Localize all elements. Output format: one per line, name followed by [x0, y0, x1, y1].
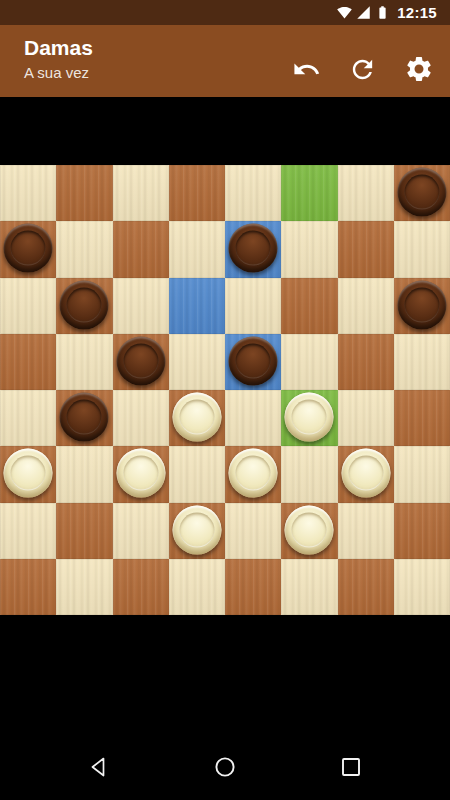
board-square[interactable] — [338, 559, 394, 615]
board-square — [113, 278, 169, 334]
light-piece[interactable] — [172, 393, 221, 442]
dark-piece[interactable] — [397, 168, 446, 217]
board-square — [281, 559, 337, 615]
dark-piece[interactable] — [229, 336, 278, 385]
board-square[interactable] — [56, 278, 112, 334]
home-button[interactable] — [213, 755, 237, 779]
board-square[interactable] — [338, 334, 394, 390]
board-square — [281, 221, 337, 277]
board-square — [338, 390, 394, 446]
board-square — [0, 503, 56, 559]
board-square[interactable] — [394, 165, 450, 221]
board-square — [56, 221, 112, 277]
board-square[interactable] — [113, 334, 169, 390]
board-square[interactable] — [225, 559, 281, 615]
board-square — [0, 278, 56, 334]
undo-icon — [292, 55, 321, 84]
board-square — [56, 559, 112, 615]
board-square[interactable] — [394, 390, 450, 446]
board-square — [225, 503, 281, 559]
board-square — [169, 221, 225, 277]
board-square[interactable] — [394, 278, 450, 334]
board-square — [225, 278, 281, 334]
board-square — [0, 165, 56, 221]
board-square[interactable] — [225, 446, 281, 502]
board-square[interactable] — [113, 446, 169, 502]
light-piece[interactable] — [172, 505, 221, 554]
status-clock: 12:15 — [397, 4, 437, 21]
restart-button[interactable] — [348, 55, 377, 84]
board-square — [0, 390, 56, 446]
battery-icon — [375, 5, 390, 20]
board-square[interactable] — [169, 390, 225, 446]
board-square — [338, 278, 394, 334]
board-square — [394, 221, 450, 277]
page-title: Damas — [24, 34, 292, 62]
board-square[interactable] — [281, 165, 337, 221]
board-square — [56, 446, 112, 502]
board-square[interactable] — [0, 559, 56, 615]
board-square[interactable] — [0, 446, 56, 502]
settings-button[interactable] — [404, 54, 434, 84]
board-square — [169, 446, 225, 502]
dark-piece[interactable] — [60, 393, 109, 442]
app-bar: Damas A sua vez — [0, 25, 450, 97]
turn-status-text: A sua vez — [24, 62, 292, 84]
board-square — [338, 503, 394, 559]
cell-signal-icon — [356, 5, 371, 20]
title-block: Damas A sua vez — [24, 25, 292, 97]
board-square — [113, 390, 169, 446]
board-square — [338, 165, 394, 221]
board-square — [225, 165, 281, 221]
board-square[interactable] — [0, 221, 56, 277]
refresh-icon — [348, 55, 377, 84]
board-square[interactable] — [169, 165, 225, 221]
dark-piece[interactable] — [4, 224, 53, 273]
board-square — [281, 334, 337, 390]
board-square[interactable] — [56, 503, 112, 559]
home-icon — [213, 755, 237, 779]
board-square — [113, 165, 169, 221]
board-square — [394, 334, 450, 390]
light-piece[interactable] — [229, 449, 278, 498]
board-square — [394, 559, 450, 615]
dark-piece[interactable] — [116, 336, 165, 385]
board-square[interactable] — [394, 503, 450, 559]
checkers-board — [0, 165, 450, 615]
back-icon — [87, 755, 111, 779]
board-square — [169, 559, 225, 615]
light-piece[interactable] — [285, 393, 334, 442]
board-square[interactable] — [56, 390, 112, 446]
light-piece[interactable] — [4, 449, 53, 498]
board-square[interactable] — [225, 221, 281, 277]
board-square[interactable] — [338, 446, 394, 502]
board-square[interactable] — [113, 559, 169, 615]
phone-screen: 12:15 Damas A sua vez — [0, 0, 450, 800]
board-square — [169, 334, 225, 390]
light-piece[interactable] — [116, 449, 165, 498]
recents-icon — [339, 755, 363, 779]
android-nav-bar — [0, 734, 450, 800]
dark-piece[interactable] — [229, 224, 278, 273]
board-square[interactable] — [169, 278, 225, 334]
status-bar: 12:15 — [0, 0, 450, 25]
back-button[interactable] — [87, 755, 111, 779]
board-square[interactable] — [113, 221, 169, 277]
board-square[interactable] — [338, 221, 394, 277]
gear-icon — [404, 54, 434, 84]
dark-piece[interactable] — [397, 280, 446, 329]
light-piece[interactable] — [341, 449, 390, 498]
dark-piece[interactable] — [60, 280, 109, 329]
undo-button[interactable] — [292, 55, 321, 84]
board-square — [113, 503, 169, 559]
board-square[interactable] — [169, 503, 225, 559]
board-square — [394, 446, 450, 502]
wifi-icon — [337, 5, 352, 20]
app-bar-actions — [292, 25, 434, 97]
board-square[interactable] — [281, 278, 337, 334]
board-square — [281, 446, 337, 502]
board-square[interactable] — [56, 165, 112, 221]
light-piece[interactable] — [285, 505, 334, 554]
board-square[interactable] — [281, 503, 337, 559]
board-square — [225, 390, 281, 446]
recents-button[interactable] — [339, 755, 363, 779]
board-square[interactable] — [225, 334, 281, 390]
board-square — [56, 334, 112, 390]
board-square[interactable] — [281, 390, 337, 446]
board-square[interactable] — [0, 334, 56, 390]
